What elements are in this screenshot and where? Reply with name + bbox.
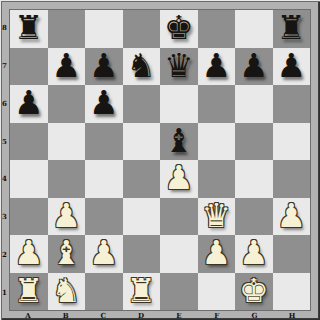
piece-white-bishop-b2: ♝ — [51, 236, 81, 269]
chess-board: ♜♚♜♟♟♞♛♟♟♟♟♟♝♟♟♛♟♟♝♟♟♟♜♞♜♚ — [9, 9, 311, 311]
piece-black-queen-e7: ♛ — [164, 49, 194, 82]
piece-black-pawn-f7: ♟ — [201, 49, 231, 82]
square-b6[interactable] — [48, 85, 86, 123]
piece-white-pawn-g2: ♟ — [239, 236, 269, 269]
square-f8[interactable] — [198, 10, 236, 48]
square-b8[interactable] — [48, 10, 86, 48]
square-c7[interactable]: ♟ — [85, 48, 123, 86]
square-a2[interactable]: ♟ — [10, 235, 48, 273]
square-e8[interactable]: ♚ — [160, 10, 198, 48]
square-a3[interactable] — [10, 198, 48, 236]
square-g3[interactable] — [235, 198, 273, 236]
square-e5[interactable]: ♝ — [160, 123, 198, 161]
square-g6[interactable] — [235, 85, 273, 123]
rank-label-7: 7 — [0, 47, 9, 85]
square-h7[interactable]: ♟ — [273, 48, 311, 86]
square-h6[interactable] — [273, 85, 311, 123]
rank-labels: 87654321 — [0, 9, 9, 311]
square-d5[interactable] — [123, 123, 161, 161]
square-h1[interactable] — [273, 273, 311, 311]
file-label-f: F — [198, 311, 236, 319]
rank-label-8: 8 — [0, 9, 9, 47]
piece-white-knight-b1: ♞ — [51, 274, 81, 307]
square-h8[interactable]: ♜ — [273, 10, 311, 48]
square-h4[interactable] — [273, 160, 311, 198]
file-labels: ABCDEFGH — [9, 311, 311, 319]
piece-white-pawn-a2: ♟ — [14, 236, 44, 269]
file-label-e: E — [160, 311, 198, 319]
square-b1[interactable]: ♞ — [48, 273, 86, 311]
square-g4[interactable] — [235, 160, 273, 198]
square-d4[interactable] — [123, 160, 161, 198]
piece-black-pawn-h7: ♟ — [276, 49, 306, 82]
square-e7[interactable]: ♛ — [160, 48, 198, 86]
rank-label-5: 5 — [0, 122, 9, 160]
square-c6[interactable]: ♟ — [85, 85, 123, 123]
square-h2[interactable] — [273, 235, 311, 273]
piece-white-pawn-e4: ♟ — [164, 161, 194, 194]
square-e6[interactable] — [160, 85, 198, 123]
piece-black-rook-h8: ♜ — [276, 11, 306, 44]
square-h5[interactable] — [273, 123, 311, 161]
square-b3[interactable]: ♟ — [48, 198, 86, 236]
piece-black-knight-d7: ♞ — [126, 49, 156, 82]
piece-white-queen-f3: ♛ — [201, 199, 231, 232]
file-label-b: B — [47, 311, 85, 319]
piece-black-pawn-c7: ♟ — [89, 49, 119, 82]
square-a8[interactable]: ♜ — [10, 10, 48, 48]
piece-white-king-g1: ♚ — [239, 274, 269, 307]
file-label-c: C — [85, 311, 123, 319]
square-a7[interactable] — [10, 48, 48, 86]
piece-white-rook-d1: ♜ — [126, 274, 156, 307]
square-c5[interactable] — [85, 123, 123, 161]
rank-label-3: 3 — [0, 198, 9, 236]
square-c2[interactable]: ♟ — [85, 235, 123, 273]
square-e1[interactable] — [160, 273, 198, 311]
square-g8[interactable] — [235, 10, 273, 48]
file-label-a: A — [9, 311, 47, 319]
square-d3[interactable] — [123, 198, 161, 236]
square-f5[interactable] — [198, 123, 236, 161]
piece-black-pawn-g7: ♟ — [239, 49, 269, 82]
piece-white-pawn-b3: ♟ — [51, 199, 81, 232]
square-g5[interactable] — [235, 123, 273, 161]
piece-black-pawn-a6: ♟ — [14, 86, 44, 119]
square-b4[interactable] — [48, 160, 86, 198]
file-label-h: H — [273, 311, 311, 319]
square-g2[interactable]: ♟ — [235, 235, 273, 273]
file-label-d: D — [122, 311, 160, 319]
square-e3[interactable] — [160, 198, 198, 236]
square-d1[interactable]: ♜ — [123, 273, 161, 311]
piece-black-bishop-e5: ♝ — [164, 124, 194, 157]
square-d6[interactable] — [123, 85, 161, 123]
square-a6[interactable]: ♟ — [10, 85, 48, 123]
chess-board-frame: 87654321 ♜♚♜♟♟♞♛♟♟♟♟♟♝♟♟♛♟♟♝♟♟♟♜♞♜♚ ABCD… — [0, 0, 320, 320]
rank-label-6: 6 — [0, 85, 9, 123]
square-f7[interactable]: ♟ — [198, 48, 236, 86]
square-f3[interactable]: ♛ — [198, 198, 236, 236]
square-a1[interactable]: ♜ — [10, 273, 48, 311]
square-b2[interactable]: ♝ — [48, 235, 86, 273]
square-d2[interactable] — [123, 235, 161, 273]
square-f4[interactable] — [198, 160, 236, 198]
square-f1[interactable] — [198, 273, 236, 311]
square-h3[interactable]: ♟ — [273, 198, 311, 236]
square-c3[interactable] — [85, 198, 123, 236]
square-f2[interactable]: ♟ — [198, 235, 236, 273]
piece-white-pawn-f2: ♟ — [201, 236, 231, 269]
rank-label-1: 1 — [0, 273, 9, 311]
square-g1[interactable]: ♚ — [235, 273, 273, 311]
piece-black-pawn-c6: ♟ — [89, 86, 119, 119]
square-c4[interactable] — [85, 160, 123, 198]
square-d7[interactable]: ♞ — [123, 48, 161, 86]
square-c8[interactable] — [85, 10, 123, 48]
square-c1[interactable] — [85, 273, 123, 311]
file-label-g: G — [236, 311, 274, 319]
square-b7[interactable]: ♟ — [48, 48, 86, 86]
piece-black-pawn-b7: ♟ — [51, 49, 81, 82]
square-d8[interactable] — [123, 10, 161, 48]
square-g7[interactable]: ♟ — [235, 48, 273, 86]
square-e2[interactable] — [160, 235, 198, 273]
square-b5[interactable] — [48, 123, 86, 161]
square-e4[interactable]: ♟ — [160, 160, 198, 198]
rank-label-4: 4 — [0, 160, 9, 198]
square-a4[interactable] — [10, 160, 48, 198]
piece-white-rook-a1: ♜ — [14, 274, 44, 307]
rank-label-2: 2 — [0, 236, 9, 274]
piece-black-king-e8: ♚ — [164, 11, 194, 44]
square-f6[interactable] — [198, 85, 236, 123]
piece-black-rook-a8: ♜ — [14, 11, 44, 44]
piece-white-pawn-h3: ♟ — [276, 199, 306, 232]
square-a5[interactable] — [10, 123, 48, 161]
piece-white-pawn-c2: ♟ — [89, 236, 119, 269]
